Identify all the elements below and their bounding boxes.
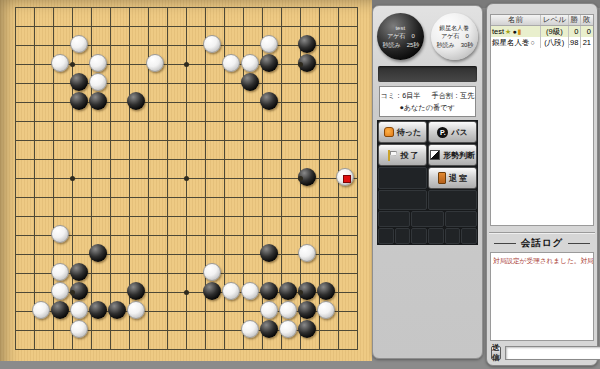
board-intersection[interactable]: [298, 244, 317, 263]
board-intersection[interactable]: [222, 73, 241, 92]
board-intersection[interactable]: [336, 187, 355, 206]
board-intersection[interactable]: [355, 187, 374, 206]
board-intersection[interactable]: [184, 149, 203, 168]
board-intersection[interactable]: [89, 168, 108, 187]
board-intersection[interactable]: [146, 149, 165, 168]
board-intersection[interactable]: [336, 149, 355, 168]
board-intersection[interactable]: [241, 16, 260, 35]
board-intersection[interactable]: [184, 0, 203, 16]
board-intersection[interactable]: [298, 149, 317, 168]
board-intersection[interactable]: [70, 92, 89, 111]
board-intersection[interactable]: [165, 282, 184, 301]
board-intersection[interactable]: [13, 168, 32, 187]
board-intersection[interactable]: [317, 130, 336, 149]
board-intersection[interactable]: [279, 339, 298, 358]
board-intersection[interactable]: [184, 111, 203, 130]
board-intersection[interactable]: [317, 206, 336, 225]
board-intersection[interactable]: [184, 92, 203, 111]
board-intersection[interactable]: [355, 16, 374, 35]
board-intersection[interactable]: [70, 225, 89, 244]
board-intersection[interactable]: [32, 168, 51, 187]
board-intersection[interactable]: [241, 130, 260, 149]
board-intersection[interactable]: [146, 111, 165, 130]
board-intersection[interactable]: [89, 301, 108, 320]
board-intersection[interactable]: [32, 130, 51, 149]
board-intersection[interactable]: [146, 320, 165, 339]
board-intersection[interactable]: [279, 244, 298, 263]
board-intersection[interactable]: [336, 35, 355, 54]
board-intersection[interactable]: [32, 244, 51, 263]
board-intersection[interactable]: [89, 0, 108, 16]
board-intersection[interactable]: [355, 35, 374, 54]
board-intersection[interactable]: [317, 54, 336, 73]
board-intersection[interactable]: [70, 320, 89, 339]
board-intersection[interactable]: [336, 244, 355, 263]
board-intersection[interactable]: [165, 187, 184, 206]
board-intersection[interactable]: [184, 339, 203, 358]
board-intersection[interactable]: [165, 225, 184, 244]
board-intersection[interactable]: [355, 111, 374, 130]
board-intersection[interactable]: [222, 339, 241, 358]
board-intersection[interactable]: [127, 206, 146, 225]
board-intersection[interactable]: [203, 35, 222, 54]
board-intersection[interactable]: [336, 73, 355, 92]
board-intersection[interactable]: [336, 168, 355, 187]
board-intersection[interactable]: [298, 111, 317, 130]
board-intersection[interactable]: [355, 73, 374, 92]
board-intersection[interactable]: [336, 206, 355, 225]
board-intersection[interactable]: [108, 92, 127, 111]
board-intersection[interactable]: [184, 16, 203, 35]
board-intersection[interactable]: [89, 282, 108, 301]
board-intersection[interactable]: [279, 149, 298, 168]
board-intersection[interactable]: [32, 92, 51, 111]
board-intersection[interactable]: [355, 320, 374, 339]
board-intersection[interactable]: [298, 16, 317, 35]
board-intersection[interactable]: [241, 111, 260, 130]
board-intersection[interactable]: [317, 244, 336, 263]
board-intersection[interactable]: [165, 35, 184, 54]
board-intersection[interactable]: [51, 111, 70, 130]
board-intersection[interactable]: [241, 206, 260, 225]
board-intersection[interactable]: [203, 54, 222, 73]
board-intersection[interactable]: [184, 206, 203, 225]
board-intersection[interactable]: [51, 73, 70, 92]
board-intersection[interactable]: [222, 16, 241, 35]
board-intersection[interactable]: [108, 168, 127, 187]
board-intersection[interactable]: [336, 92, 355, 111]
board-intersection[interactable]: [13, 54, 32, 73]
board-intersection[interactable]: [222, 301, 241, 320]
board-intersection[interactable]: [51, 225, 70, 244]
board-intersection[interactable]: [317, 301, 336, 320]
board-intersection[interactable]: [165, 168, 184, 187]
board-intersection[interactable]: [203, 0, 222, 16]
board-intersection[interactable]: [317, 149, 336, 168]
board-intersection[interactable]: [146, 244, 165, 263]
board-intersection[interactable]: [317, 0, 336, 16]
board-intersection[interactable]: [108, 263, 127, 282]
board-intersection[interactable]: [222, 92, 241, 111]
board-intersection[interactable]: [146, 282, 165, 301]
board-intersection[interactable]: [184, 73, 203, 92]
board-intersection[interactable]: [51, 263, 70, 282]
board-intersection[interactable]: [279, 320, 298, 339]
board-intersection[interactable]: [241, 225, 260, 244]
board-intersection[interactable]: [355, 168, 374, 187]
board-intersection[interactable]: [127, 339, 146, 358]
board-intersection[interactable]: [203, 149, 222, 168]
board-intersection[interactable]: [317, 339, 336, 358]
board-intersection[interactable]: [51, 282, 70, 301]
board-intersection[interactable]: [13, 149, 32, 168]
board-intersection[interactable]: [222, 263, 241, 282]
board-intersection[interactable]: [184, 35, 203, 54]
board-intersection[interactable]: [89, 225, 108, 244]
board-intersection[interactable]: [222, 206, 241, 225]
board-intersection[interactable]: [355, 225, 374, 244]
board-intersection[interactable]: [260, 187, 279, 206]
board-intersection[interactable]: [317, 92, 336, 111]
board-intersection[interactable]: [298, 206, 317, 225]
board-intersection[interactable]: [165, 320, 184, 339]
board-intersection[interactable]: [70, 339, 89, 358]
board-intersection[interactable]: [336, 16, 355, 35]
board-intersection[interactable]: [108, 111, 127, 130]
board-intersection[interactable]: [165, 92, 184, 111]
chat-log[interactable]: 対局設定が受理されました。対局を開始します。: [490, 252, 594, 341]
board-intersection[interactable]: [13, 225, 32, 244]
board-intersection[interactable]: [13, 244, 32, 263]
board-intersection[interactable]: [260, 92, 279, 111]
board-intersection[interactable]: [165, 54, 184, 73]
board-intersection[interactable]: [127, 187, 146, 206]
board-intersection[interactable]: [13, 111, 32, 130]
board-intersection[interactable]: [32, 320, 51, 339]
board-intersection[interactable]: [13, 339, 32, 358]
board-intersection[interactable]: [127, 149, 146, 168]
board-intersection[interactable]: [279, 92, 298, 111]
board-intersection[interactable]: [70, 111, 89, 130]
board-intersection[interactable]: [32, 225, 51, 244]
board-intersection[interactable]: [108, 225, 127, 244]
player-row[interactable]: 銀星名人巻 ○ (八段) 198 21: [491, 37, 593, 48]
board-intersection[interactable]: [336, 225, 355, 244]
board-intersection[interactable]: [146, 0, 165, 16]
board-intersection[interactable]: [89, 187, 108, 206]
board-intersection[interactable]: [32, 54, 51, 73]
board-intersection[interactable]: [203, 73, 222, 92]
board-intersection[interactable]: [89, 73, 108, 92]
board-intersection[interactable]: [203, 130, 222, 149]
board-intersection[interactable]: [32, 339, 51, 358]
board-intersection[interactable]: [108, 187, 127, 206]
board-intersection[interactable]: [108, 54, 127, 73]
board-intersection[interactable]: [279, 35, 298, 54]
board-intersection[interactable]: [89, 244, 108, 263]
board-intersection[interactable]: [127, 168, 146, 187]
board-intersection[interactable]: [241, 0, 260, 16]
board-intersection[interactable]: [317, 35, 336, 54]
board-intersection[interactable]: [146, 168, 165, 187]
board-intersection[interactable]: [298, 35, 317, 54]
board-intersection[interactable]: [32, 35, 51, 54]
board-intersection[interactable]: [241, 301, 260, 320]
board-intersection[interactable]: [355, 0, 374, 16]
board-intersection[interactable]: [241, 187, 260, 206]
board-intersection[interactable]: [89, 339, 108, 358]
board-intersection[interactable]: [298, 339, 317, 358]
board-intersection[interactable]: [165, 130, 184, 149]
board-intersection[interactable]: [260, 339, 279, 358]
board-intersection[interactable]: [241, 73, 260, 92]
board-intersection[interactable]: [51, 0, 70, 16]
board-intersection[interactable]: [279, 263, 298, 282]
board-intersection[interactable]: [127, 263, 146, 282]
undo-button[interactable]: 待った: [378, 121, 427, 143]
board-intersection[interactable]: [32, 111, 51, 130]
board-intersection[interactable]: [241, 35, 260, 54]
board-intersection[interactable]: [108, 301, 127, 320]
board-intersection[interactable]: [222, 187, 241, 206]
board-intersection[interactable]: [279, 54, 298, 73]
board-intersection[interactable]: [108, 0, 127, 16]
board-intersection[interactable]: [203, 111, 222, 130]
board-intersection[interactable]: [51, 130, 70, 149]
board-intersection[interactable]: [260, 320, 279, 339]
board-intersection[interactable]: [222, 225, 241, 244]
board-intersection[interactable]: [222, 0, 241, 16]
board-intersection[interactable]: [298, 301, 317, 320]
board-intersection[interactable]: [279, 301, 298, 320]
board-intersection[interactable]: [184, 225, 203, 244]
board-intersection[interactable]: [355, 206, 374, 225]
board-intersection[interactable]: [127, 320, 146, 339]
board-intersection[interactable]: [203, 320, 222, 339]
board-intersection[interactable]: [203, 187, 222, 206]
board-intersection[interactable]: [222, 149, 241, 168]
board-intersection[interactable]: [317, 168, 336, 187]
board-intersection[interactable]: [298, 73, 317, 92]
board-intersection[interactable]: [146, 54, 165, 73]
board-intersection[interactable]: [70, 0, 89, 16]
board-intersection[interactable]: [108, 73, 127, 92]
board-intersection[interactable]: [317, 225, 336, 244]
board-intersection[interactable]: [317, 187, 336, 206]
board-intersection[interactable]: [13, 206, 32, 225]
board-intersection[interactable]: [165, 0, 184, 16]
board-intersection[interactable]: [165, 301, 184, 320]
board-intersection[interactable]: [13, 282, 32, 301]
board-intersection[interactable]: [89, 35, 108, 54]
board-intersection[interactable]: [355, 54, 374, 73]
board-intersection[interactable]: [279, 73, 298, 92]
board-intersection[interactable]: [32, 16, 51, 35]
board-intersection[interactable]: [89, 320, 108, 339]
board-intersection[interactable]: [13, 73, 32, 92]
board-intersection[interactable]: [13, 0, 32, 16]
board-intersection[interactable]: [260, 54, 279, 73]
board-intersection[interactable]: [51, 149, 70, 168]
board-intersection[interactable]: [146, 301, 165, 320]
board-intersection[interactable]: [89, 54, 108, 73]
board-intersection[interactable]: [146, 92, 165, 111]
board-intersection[interactable]: [241, 149, 260, 168]
board-intersection[interactable]: [89, 92, 108, 111]
board-intersection[interactable]: [13, 92, 32, 111]
board-intersection[interactable]: [127, 301, 146, 320]
board-intersection[interactable]: [336, 111, 355, 130]
board-intersection[interactable]: [260, 73, 279, 92]
board-intersection[interactable]: [70, 16, 89, 35]
board-intersection[interactable]: [51, 35, 70, 54]
board-intersection[interactable]: [108, 206, 127, 225]
board-intersection[interactable]: [13, 263, 32, 282]
board-intersection[interactable]: [127, 244, 146, 263]
board-intersection[interactable]: [298, 225, 317, 244]
board-intersection[interactable]: [165, 149, 184, 168]
board-intersection[interactable]: [317, 111, 336, 130]
board-intersection[interactable]: [184, 320, 203, 339]
board-intersection[interactable]: [51, 320, 70, 339]
board-intersection[interactable]: [32, 282, 51, 301]
board-intersection[interactable]: [127, 54, 146, 73]
board-intersection[interactable]: [317, 282, 336, 301]
board-intersection[interactable]: [146, 130, 165, 149]
board-intersection[interactable]: [355, 263, 374, 282]
board-intersection[interactable]: [32, 149, 51, 168]
board-intersection[interactable]: [279, 168, 298, 187]
board-intersection[interactable]: [222, 35, 241, 54]
board-intersection[interactable]: [51, 16, 70, 35]
board-intersection[interactable]: [260, 301, 279, 320]
board-intersection[interactable]: [70, 206, 89, 225]
board-intersection[interactable]: [108, 149, 127, 168]
board-intersection[interactable]: [108, 244, 127, 263]
board-intersection[interactable]: [70, 130, 89, 149]
board-intersection[interactable]: [146, 35, 165, 54]
board-intersection[interactable]: [89, 111, 108, 130]
board-intersection[interactable]: [89, 16, 108, 35]
board-intersection[interactable]: [51, 301, 70, 320]
board-intersection[interactable]: [13, 16, 32, 35]
board-intersection[interactable]: [222, 320, 241, 339]
chat-input[interactable]: [505, 346, 600, 360]
board-intersection[interactable]: [279, 111, 298, 130]
board-intersection[interactable]: [127, 111, 146, 130]
send-button[interactable]: 送信: [491, 346, 501, 360]
board-intersection[interactable]: [260, 130, 279, 149]
judge-button[interactable]: 形勢判断: [428, 144, 477, 166]
board-intersection[interactable]: [108, 320, 127, 339]
board-intersection[interactable]: [203, 168, 222, 187]
board-intersection[interactable]: [32, 206, 51, 225]
board-intersection[interactable]: [241, 92, 260, 111]
board-intersection[interactable]: [336, 130, 355, 149]
board-intersection[interactable]: [279, 282, 298, 301]
board-intersection[interactable]: [146, 339, 165, 358]
board-intersection[interactable]: [260, 206, 279, 225]
board-intersection[interactable]: [127, 282, 146, 301]
board-intersection[interactable]: [355, 92, 374, 111]
board-intersection[interactable]: [127, 92, 146, 111]
board-intersection[interactable]: [184, 263, 203, 282]
board-intersection[interactable]: [355, 130, 374, 149]
board-intersection[interactable]: [184, 301, 203, 320]
board-intersection[interactable]: [298, 187, 317, 206]
board-intersection[interactable]: [108, 339, 127, 358]
board-intersection[interactable]: [260, 0, 279, 16]
board-intersection[interactable]: [355, 301, 374, 320]
board-intersection[interactable]: [13, 130, 32, 149]
board-intersection[interactable]: [298, 130, 317, 149]
board-intersection[interactable]: [355, 282, 374, 301]
board-intersection[interactable]: [203, 263, 222, 282]
board-intersection[interactable]: [165, 111, 184, 130]
board-intersection[interactable]: [70, 263, 89, 282]
board-intersection[interactable]: [241, 244, 260, 263]
board-intersection[interactable]: [222, 168, 241, 187]
board-intersection[interactable]: [89, 206, 108, 225]
board-intersection[interactable]: [165, 244, 184, 263]
board-intersection[interactable]: [317, 16, 336, 35]
board-intersection[interactable]: [336, 263, 355, 282]
board-intersection[interactable]: [13, 320, 32, 339]
board-intersection[interactable]: [165, 16, 184, 35]
board-intersection[interactable]: [184, 130, 203, 149]
board-intersection[interactable]: [51, 206, 70, 225]
board-intersection[interactable]: [336, 54, 355, 73]
board-intersection[interactable]: [222, 111, 241, 130]
player-row[interactable]: test ★●▮ (9級) 0 0: [491, 26, 593, 37]
board-intersection[interactable]: [146, 187, 165, 206]
board-intersection[interactable]: [298, 263, 317, 282]
board-intersection[interactable]: [32, 187, 51, 206]
board-intersection[interactable]: [203, 339, 222, 358]
board-intersection[interactable]: [355, 149, 374, 168]
board-intersection[interactable]: [317, 73, 336, 92]
board-intersection[interactable]: [165, 263, 184, 282]
board-intersection[interactable]: [203, 244, 222, 263]
board-intersection[interactable]: [222, 54, 241, 73]
board-intersection[interactable]: [146, 73, 165, 92]
board-intersection[interactable]: [51, 92, 70, 111]
board-intersection[interactable]: [260, 149, 279, 168]
board-intersection[interactable]: [127, 35, 146, 54]
board-intersection[interactable]: [146, 16, 165, 35]
board-intersection[interactable]: [108, 35, 127, 54]
board-intersection[interactable]: [13, 301, 32, 320]
board-intersection[interactable]: [203, 92, 222, 111]
board-intersection[interactable]: [222, 282, 241, 301]
board-intersection[interactable]: [222, 244, 241, 263]
board-intersection[interactable]: [241, 263, 260, 282]
board-intersection[interactable]: [336, 301, 355, 320]
board-intersection[interactable]: [127, 16, 146, 35]
board-intersection[interactable]: [279, 225, 298, 244]
board-intersection[interactable]: [241, 54, 260, 73]
board-intersection[interactable]: [203, 282, 222, 301]
board-intersection[interactable]: [70, 149, 89, 168]
board-intersection[interactable]: [336, 282, 355, 301]
board-intersection[interactable]: [279, 187, 298, 206]
board-intersection[interactable]: [260, 263, 279, 282]
board-intersection[interactable]: [127, 225, 146, 244]
board-intersection[interactable]: [127, 0, 146, 16]
board-intersection[interactable]: [298, 92, 317, 111]
board-intersection[interactable]: [89, 130, 108, 149]
board-intersection[interactable]: [127, 73, 146, 92]
